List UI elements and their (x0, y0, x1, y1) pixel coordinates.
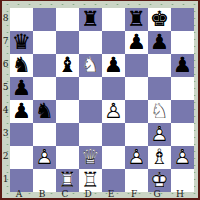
square-f7[interactable]: ♟♙ (125, 31, 148, 54)
square-e7[interactable] (102, 31, 125, 54)
black-pawn-icon: ♟♙ (148, 31, 171, 54)
white-pawn-icon: ♟♙ (125, 146, 148, 169)
square-a8[interactable] (10, 8, 33, 31)
square-h2[interactable]: ♟♙ (171, 146, 194, 169)
square-c5[interactable] (56, 77, 79, 100)
square-f8[interactable]: ♜♖ (125, 8, 148, 31)
file-label-h: H (171, 190, 194, 199)
square-b8[interactable] (33, 8, 56, 31)
black-knight-icon: ♞♘ (33, 100, 56, 123)
square-b5[interactable] (33, 77, 56, 100)
square-e3[interactable] (102, 123, 125, 146)
square-e8[interactable] (102, 8, 125, 31)
square-f4[interactable] (125, 100, 148, 123)
square-b2[interactable]: ♟♙ (33, 146, 56, 169)
square-d5[interactable] (79, 77, 102, 100)
square-d2[interactable]: ♛♕ (79, 146, 102, 169)
white-pawn-icon: ♟♙ (171, 146, 194, 169)
square-d3[interactable] (79, 123, 102, 146)
file-label-g: G (148, 190, 171, 199)
square-h7[interactable] (171, 31, 194, 54)
white-knight-icon: ♞♘ (148, 100, 171, 123)
white-bishop-icon: ♝♗ (148, 146, 171, 169)
square-g7[interactable]: ♟♙ (148, 31, 171, 54)
square-b7[interactable] (33, 31, 56, 54)
square-c8[interactable] (56, 8, 79, 31)
square-f3[interactable] (125, 123, 148, 146)
file-label-a: A (10, 190, 33, 199)
square-e2[interactable] (102, 146, 125, 169)
black-pawn-icon: ♟♙ (125, 31, 148, 54)
square-d6[interactable]: ♞♘ (79, 54, 102, 77)
chess-board: ♜♖♜♖♚♔♛♕♟♙♟♙♞♘♝♗♞♘♟♙♟♙♟♙♟♙♞♘♟♙♞♘♟♙♟♙♛♕♟♙… (10, 8, 194, 192)
square-a3[interactable] (10, 123, 33, 146)
square-c4[interactable] (56, 100, 79, 123)
square-a5[interactable]: ♟♙ (10, 77, 33, 100)
square-h5[interactable] (171, 77, 194, 100)
square-c3[interactable] (56, 123, 79, 146)
black-pawn-icon: ♟♙ (10, 77, 33, 100)
square-f6[interactable] (125, 54, 148, 77)
file-label-d: D (79, 190, 102, 199)
file-label-c: C (56, 190, 79, 199)
rank-labels: 87654321 (1, 8, 10, 192)
square-d8[interactable]: ♜♖ (79, 8, 102, 31)
rank-label-7: 7 (1, 31, 10, 54)
black-bishop-icon: ♝♗ (56, 54, 79, 77)
square-d4[interactable] (79, 100, 102, 123)
square-c7[interactable] (56, 31, 79, 54)
square-h8[interactable] (171, 8, 194, 31)
black-pawn-icon: ♟♙ (102, 54, 125, 77)
file-labels: ABCDEFGH (10, 190, 194, 199)
square-a7[interactable]: ♛♕ (10, 31, 33, 54)
white-queen-icon: ♛♕ (79, 146, 102, 169)
white-pawn-icon: ♟♙ (102, 100, 125, 123)
white-pawn-icon: ♟♙ (33, 146, 56, 169)
rank-label-4: 4 (1, 100, 10, 123)
square-e4[interactable]: ♟♙ (102, 100, 125, 123)
black-queen-icon: ♛♕ (10, 31, 33, 54)
rank-label-6: 6 (1, 54, 10, 77)
rank-label-8: 8 (1, 8, 10, 31)
square-a4[interactable]: ♟♙ (10, 100, 33, 123)
square-h6[interactable]: ♟♙ (171, 54, 194, 77)
square-b3[interactable] (33, 123, 56, 146)
square-e6[interactable]: ♟♙ (102, 54, 125, 77)
file-label-f: F (125, 190, 148, 199)
square-h4[interactable] (171, 100, 194, 123)
square-g8[interactable]: ♚♔ (148, 8, 171, 31)
square-g6[interactable] (148, 54, 171, 77)
file-label-b: B (33, 190, 56, 199)
chessboard-frame: 87654321 ♜♖♜♖♚♔♛♕♟♙♟♙♞♘♝♗♞♘♟♙♟♙♟♙♟♙♞♘♟♙♞… (0, 0, 200, 200)
white-knight-icon: ♞♘ (79, 54, 102, 77)
square-f5[interactable] (125, 77, 148, 100)
square-d7[interactable] (79, 31, 102, 54)
square-e5[interactable] (102, 77, 125, 100)
rank-label-1: 1 (1, 169, 10, 192)
black-knight-icon: ♞♘ (10, 54, 33, 77)
square-b6[interactable] (33, 54, 56, 77)
square-b4[interactable]: ♞♘ (33, 100, 56, 123)
white-pawn-icon: ♟♙ (148, 123, 171, 146)
rank-label-2: 2 (1, 146, 10, 169)
black-rook-icon: ♜♖ (125, 8, 148, 31)
square-a2[interactable] (10, 146, 33, 169)
square-a6[interactable]: ♞♘ (10, 54, 33, 77)
black-rook-icon: ♜♖ (79, 8, 102, 31)
square-c2[interactable] (56, 146, 79, 169)
square-h3[interactable] (171, 123, 194, 146)
rank-label-3: 3 (1, 123, 10, 146)
black-king-icon: ♚♔ (148, 8, 171, 31)
black-pawn-icon: ♟♙ (10, 100, 33, 123)
rank-label-5: 5 (1, 77, 10, 100)
black-pawn-icon: ♟♙ (171, 54, 194, 77)
square-c6[interactable]: ♝♗ (56, 54, 79, 77)
square-g3[interactable]: ♟♙ (148, 123, 171, 146)
square-g4[interactable]: ♞♘ (148, 100, 171, 123)
square-f2[interactable]: ♟♙ (125, 146, 148, 169)
square-g5[interactable] (148, 77, 171, 100)
square-g2[interactable]: ♝♗ (148, 146, 171, 169)
file-label-e: E (102, 190, 125, 199)
